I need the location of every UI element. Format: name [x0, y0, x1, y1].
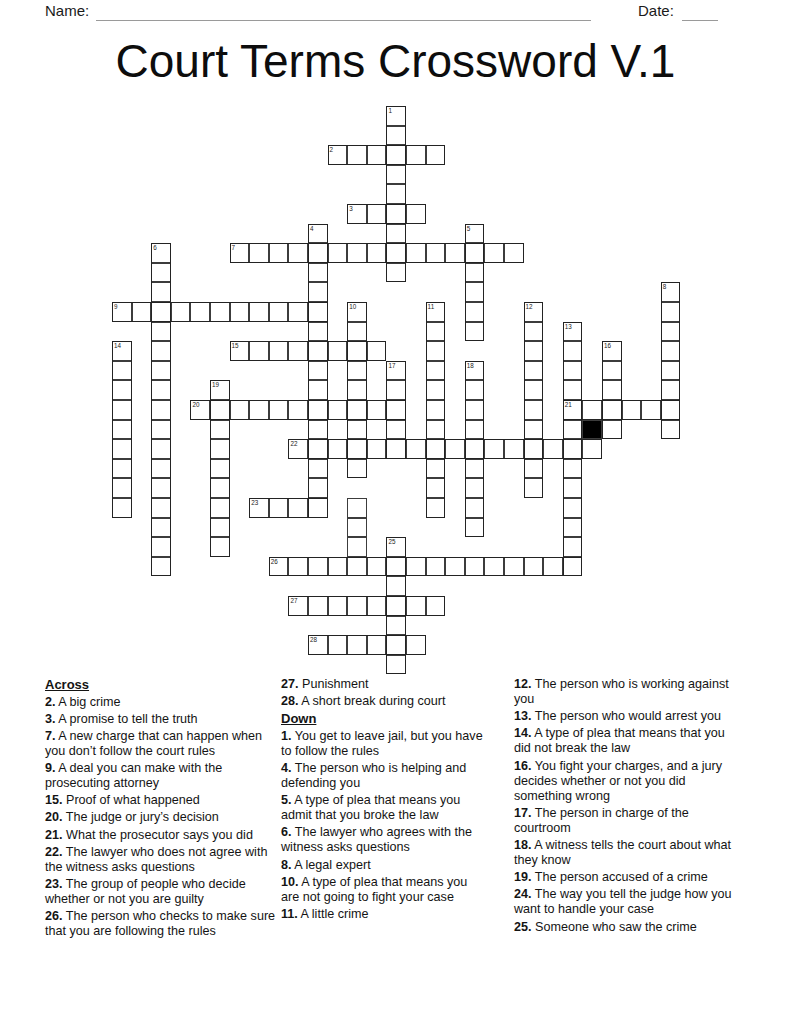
grid-cell[interactable]: 7 — [230, 243, 250, 263]
grid-cell[interactable] — [347, 380, 367, 400]
grid-cell[interactable]: 5 — [465, 224, 485, 244]
clue-item: 4. The person who is helping and defendi… — [281, 761, 483, 791]
grid-cell[interactable] — [661, 380, 681, 400]
clue-number: 15 — [232, 342, 239, 349]
grid-cell[interactable] — [151, 341, 171, 361]
grid-cell[interactable] — [622, 400, 642, 420]
grid-cell[interactable] — [386, 420, 406, 440]
grid-cell[interactable] — [210, 537, 230, 557]
grid-cell[interactable] — [347, 361, 367, 381]
grid-cell[interactable]: 18 — [465, 361, 485, 381]
grid-cell[interactable] — [386, 126, 406, 146]
grid-cell[interactable] — [230, 400, 250, 420]
grid-cell[interactable] — [328, 596, 348, 616]
grid-cell[interactable]: 11 — [426, 302, 446, 322]
grid-cell[interactable] — [347, 439, 367, 459]
grid-cell[interactable] — [347, 537, 367, 557]
clue-item-number: 3. — [45, 712, 56, 726]
grid-cell[interactable] — [445, 243, 465, 263]
grid-cell[interactable] — [524, 380, 544, 400]
grid-cell[interactable] — [661, 420, 681, 440]
clue-number: 26 — [271, 558, 278, 565]
grid-cell[interactable] — [602, 400, 622, 420]
grid-cell[interactable] — [269, 302, 289, 322]
grid-cell[interactable] — [484, 243, 504, 263]
grid-cell[interactable] — [210, 459, 230, 479]
grid-cell[interactable] — [347, 420, 367, 440]
grid-cell[interactable] — [641, 400, 661, 420]
grid-cell[interactable] — [386, 616, 406, 636]
clue-item: 24. The way you tell the judge how you w… — [514, 887, 736, 917]
clue-number: 22 — [290, 440, 297, 447]
clue-item: 12. The person who is working against yo… — [514, 677, 736, 707]
grid-cell[interactable] — [484, 557, 504, 577]
grid-cell[interactable] — [406, 557, 426, 577]
grid-cell[interactable] — [386, 576, 406, 596]
grid-cell[interactable] — [151, 498, 171, 518]
clue-item: 11. A little crime — [281, 907, 483, 922]
grid-cell[interactable] — [347, 243, 367, 263]
clue-item: 8. A legal expert — [281, 858, 483, 873]
grid-cell[interactable] — [386, 557, 406, 577]
grid-cell[interactable] — [112, 459, 132, 479]
grid-cell[interactable] — [308, 478, 328, 498]
clue-number: 12 — [526, 303, 533, 310]
grid-cell[interactable] — [269, 243, 289, 263]
grid-cell[interactable] — [602, 420, 622, 440]
grid-cell[interactable] — [484, 439, 504, 459]
grid-cell[interactable] — [426, 596, 446, 616]
grid-cell[interactable]: 6 — [151, 243, 171, 263]
grid-cell[interactable] — [406, 596, 426, 616]
clue-item-number: 20. — [45, 810, 63, 824]
grid-cell[interactable]: 23 — [249, 498, 269, 518]
worksheet-page: Name: Date: Court Terms Crossword V.1 12… — [0, 0, 791, 1024]
grid-cell[interactable]: 26 — [269, 557, 289, 577]
grid-cell[interactable] — [524, 420, 544, 440]
clue-item-number: 12. — [514, 677, 532, 691]
grid-cell[interactable]: 22 — [288, 439, 308, 459]
grid-cell[interactable] — [426, 380, 446, 400]
grid-cell[interactable] — [524, 341, 544, 361]
grid-cell[interactable] — [249, 243, 269, 263]
grid-cell[interactable] — [563, 361, 583, 381]
grid-cell[interactable] — [328, 635, 348, 655]
clue-number: 25 — [388, 538, 395, 545]
grid-cell[interactable] — [426, 400, 446, 420]
grid-cell[interactable] — [288, 341, 308, 361]
grid-cell[interactable] — [406, 204, 426, 224]
grid-cell[interactable] — [269, 400, 289, 420]
grid-cell[interactable] — [563, 439, 583, 459]
clue-item-number: 13. — [514, 709, 532, 723]
grid-cell[interactable] — [308, 263, 328, 283]
grid-cell[interactable] — [347, 145, 367, 165]
grid-cell[interactable] — [386, 635, 406, 655]
grid-cell[interactable] — [524, 478, 544, 498]
clue-item-number: 21. — [45, 828, 63, 842]
clue-item: 16. You fight your charges, and a jury d… — [514, 759, 736, 804]
clue-item-number: 16. — [514, 759, 532, 773]
clue-item-number: 26. — [45, 909, 63, 923]
grid-cell[interactable] — [308, 596, 328, 616]
grid-cell[interactable] — [582, 400, 602, 420]
grid-cell[interactable] — [661, 302, 681, 322]
clue-item-number: 1. — [281, 729, 292, 743]
grid-cell[interactable] — [367, 439, 387, 459]
grid-cell[interactable] — [328, 243, 348, 263]
grid-cell[interactable] — [406, 635, 426, 655]
grid-cell[interactable] — [386, 655, 406, 675]
clue-column-down: 12. The person who is working against yo… — [514, 677, 736, 937]
grid-cell[interactable] — [367, 341, 387, 361]
grid-cell[interactable] — [347, 518, 367, 538]
clue-item: 23. The group of people who decide wheth… — [45, 877, 283, 907]
grid-cell[interactable] — [308, 400, 328, 420]
grid-cell[interactable] — [151, 518, 171, 538]
grid-cell[interactable] — [386, 243, 406, 263]
grid-cell[interactable] — [112, 498, 132, 518]
grid-cell[interactable] — [288, 557, 308, 577]
grid-cell[interactable] — [112, 380, 132, 400]
clue-item: 22. The lawyer who does not agree with t… — [45, 845, 283, 875]
grid-cell[interactable] — [563, 478, 583, 498]
clue-item-number: 17. — [514, 806, 532, 820]
grid-cell[interactable]: 28 — [308, 635, 328, 655]
grid-cell[interactable]: 21 — [563, 400, 583, 420]
clue-item: 6. The lawyer who agrees with the witnes… — [281, 825, 483, 855]
grid-cell[interactable] — [328, 439, 348, 459]
grid-cell[interactable] — [524, 557, 544, 577]
grid-cell[interactable] — [661, 361, 681, 381]
grid-cell[interactable] — [367, 635, 387, 655]
clue-item: 28. A short break during court — [281, 694, 483, 709]
grid-cell[interactable] — [210, 439, 230, 459]
grid-cell[interactable]: 3 — [347, 204, 367, 224]
clue-item: 3. A promise to tell the truth — [45, 712, 283, 727]
clue-item-number: 6. — [281, 825, 292, 839]
grid-cell[interactable] — [151, 322, 171, 342]
grid-cell[interactable] — [406, 243, 426, 263]
grid-cell[interactable] — [661, 341, 681, 361]
grid-cell[interactable] — [308, 302, 328, 322]
grid-cell[interactable] — [347, 498, 367, 518]
clue-item-number: 7. — [45, 729, 56, 743]
grid-cell[interactable] — [563, 420, 583, 440]
clue-item: 27. Punishment — [281, 677, 483, 692]
grid-cell[interactable] — [151, 557, 171, 577]
grid-cell[interactable] — [151, 380, 171, 400]
grid-cell[interactable] — [347, 557, 367, 577]
grid-cell[interactable]: 27 — [288, 596, 308, 616]
grid-cell[interactable] — [151, 361, 171, 381]
grid-cell[interactable]: 8 — [661, 282, 681, 302]
grid-cell[interactable] — [151, 282, 171, 302]
clue-column-middle: 27. Punishment28. A short break during c… — [281, 677, 483, 924]
grid-cell[interactable] — [367, 596, 387, 616]
clue-number: 13 — [565, 323, 572, 330]
grid-cell[interactable] — [151, 302, 171, 322]
grid-cell[interactable] — [132, 302, 152, 322]
grid-cell[interactable]: 9 — [112, 302, 132, 322]
grid-cell[interactable] — [367, 145, 387, 165]
grid-cell[interactable] — [210, 478, 230, 498]
grid-cell[interactable] — [426, 439, 446, 459]
grid-cell[interactable] — [112, 400, 132, 420]
grid-cell[interactable] — [426, 361, 446, 381]
clue-item-number: 15. — [45, 793, 63, 807]
grid-cell[interactable] — [288, 243, 308, 263]
date-input-line[interactable] — [682, 19, 718, 21]
grid-cell[interactable] — [347, 635, 367, 655]
grid-cell[interactable] — [210, 420, 230, 440]
clue-number: 21 — [565, 401, 572, 408]
clue-number: 23 — [251, 499, 258, 506]
clue-number: 6 — [153, 244, 157, 251]
clue-item-number: 4. — [281, 761, 292, 775]
grid-cell[interactable] — [524, 439, 544, 459]
clue-item-number: 19. — [514, 870, 532, 884]
grid-cell[interactable] — [426, 243, 446, 263]
date-label: Date: — [638, 2, 674, 19]
clue-item-number: 28. — [281, 694, 299, 708]
clue-number: 7 — [232, 244, 236, 251]
grid-cell[interactable] — [563, 498, 583, 518]
grid-cell[interactable] — [386, 400, 406, 420]
grid-cell[interactable] — [308, 439, 328, 459]
clue-number: 20 — [192, 401, 199, 408]
grid-cell[interactable] — [151, 459, 171, 479]
clue-item: 19. The person accused of a crime — [514, 870, 736, 885]
clue-item: 20. The judge or jury’s decision — [45, 810, 283, 825]
grid-cell[interactable] — [210, 302, 230, 322]
clue-number: 10 — [349, 303, 356, 310]
grid-cell[interactable] — [308, 557, 328, 577]
clue-number: 27 — [290, 597, 297, 604]
grid-cell[interactable] — [465, 557, 485, 577]
clue-number: 18 — [467, 362, 474, 369]
grid-cell[interactable] — [347, 459, 367, 479]
grid-cell[interactable] — [524, 322, 544, 342]
grid-cell[interactable] — [524, 400, 544, 420]
grid-cell[interactable] — [445, 439, 465, 459]
grid-cell[interactable] — [465, 243, 485, 263]
grid-cell[interactable] — [465, 302, 485, 322]
grid-cell[interactable] — [151, 439, 171, 459]
grid-cell[interactable] — [112, 420, 132, 440]
grid-cell[interactable] — [151, 537, 171, 557]
grid-cell[interactable] — [151, 478, 171, 498]
clue-number: 17 — [388, 362, 395, 369]
grid-cell[interactable] — [524, 459, 544, 479]
grid-cell[interactable] — [602, 361, 622, 381]
grid-cell[interactable] — [190, 302, 210, 322]
grid-cell[interactable] — [563, 557, 583, 577]
grid-cell[interactable] — [210, 400, 230, 420]
grid-cell[interactable] — [367, 557, 387, 577]
clue-item-number: 22. — [45, 845, 63, 859]
grid-cell[interactable] — [249, 341, 269, 361]
clue-number: 4 — [310, 225, 314, 232]
clue-number: 14 — [114, 342, 121, 349]
grid-cell[interactable] — [465, 478, 485, 498]
clue-number: 28 — [310, 636, 317, 643]
grid-cell[interactable] — [347, 596, 367, 616]
grid-cell[interactable] — [543, 557, 563, 577]
grid-cell[interactable] — [367, 400, 387, 420]
grid-cell[interactable] — [661, 400, 681, 420]
clue-item-number: 27. — [281, 677, 299, 691]
grid-cell[interactable] — [465, 459, 485, 479]
grid-cell[interactable]: 15 — [230, 341, 250, 361]
grid-cell[interactable] — [386, 145, 406, 165]
grid-cell[interactable] — [386, 204, 406, 224]
grid-cell[interactable] — [563, 537, 583, 557]
grid-cell[interactable] — [230, 302, 250, 322]
grid-cell[interactable]: 19 — [210, 380, 230, 400]
grid-cell[interactable] — [151, 400, 171, 420]
grid-cell[interactable] — [426, 341, 446, 361]
grid-cell[interactable] — [465, 439, 485, 459]
grid-cell[interactable] — [445, 557, 465, 577]
grid-cell[interactable] — [269, 341, 289, 361]
grid-cell[interactable] — [524, 361, 544, 381]
grid-cell[interactable] — [347, 322, 367, 342]
clue-item: 9. A deal you can make with the prosecut… — [45, 761, 283, 791]
grid-cell[interactable] — [347, 400, 367, 420]
grid-cell[interactable] — [386, 263, 406, 283]
clue-item: 15. Proof of what happened — [45, 793, 283, 808]
grid-cell[interactable]: 14 — [112, 341, 132, 361]
grid-cell[interactable] — [308, 420, 328, 440]
grid-cell[interactable] — [426, 478, 446, 498]
clue-item: 25. Someone who saw the crime — [514, 920, 736, 935]
grid-cell[interactable]: 25 — [386, 537, 406, 557]
grid-cell[interactable] — [112, 361, 132, 381]
grid-cell[interactable] — [386, 165, 406, 185]
grid-cell[interactable] — [328, 557, 348, 577]
grid-cell[interactable] — [426, 145, 446, 165]
grid-cell[interactable] — [465, 380, 485, 400]
grid-cell[interactable]: 20 — [190, 400, 210, 420]
grid-cell[interactable] — [308, 459, 328, 479]
grid-cell-black — [582, 420, 602, 440]
grid-cell[interactable] — [386, 184, 406, 204]
grid-cell[interactable] — [386, 224, 406, 244]
grid-cell[interactable] — [563, 341, 583, 361]
grid-cell[interactable]: 10 — [347, 302, 367, 322]
grid-cell[interactable] — [151, 263, 171, 283]
grid-cell[interactable] — [465, 282, 485, 302]
clue-number: 5 — [467, 225, 471, 232]
clue-item-number: 2. — [45, 695, 56, 709]
grid-cell[interactable] — [465, 322, 485, 342]
grid-cell[interactable] — [288, 498, 308, 518]
grid-cell[interactable]: 4 — [308, 224, 328, 244]
grid-cell[interactable] — [308, 380, 328, 400]
grid-cell[interactable] — [504, 439, 524, 459]
grid-cell[interactable] — [426, 557, 446, 577]
clue-item-number: 23. — [45, 877, 63, 891]
grid-cell[interactable] — [347, 341, 367, 361]
grid-cell[interactable] — [406, 145, 426, 165]
grid-cell[interactable] — [308, 282, 328, 302]
grid-cell[interactable] — [386, 596, 406, 616]
clue-number: 8 — [663, 283, 667, 290]
grid-cell[interactable] — [563, 380, 583, 400]
grid-cell[interactable] — [386, 439, 406, 459]
grid-cell[interactable] — [426, 322, 446, 342]
grid-cell[interactable] — [328, 341, 348, 361]
grid-cell[interactable] — [582, 439, 602, 459]
grid-cell[interactable] — [171, 302, 191, 322]
grid-cell[interactable] — [386, 380, 406, 400]
grid-cell[interactable] — [308, 243, 328, 263]
grid-cell[interactable] — [308, 322, 328, 342]
grid-cell[interactable] — [210, 498, 230, 518]
clue-item-number: 14. — [514, 726, 532, 740]
grid-cell[interactable] — [426, 498, 446, 518]
grid-cell[interactable]: 2 — [328, 145, 348, 165]
grid-cell[interactable] — [308, 498, 328, 518]
grid-cell[interactable] — [465, 400, 485, 420]
grid-cell[interactable] — [367, 204, 387, 224]
grid-cell[interactable] — [465, 420, 485, 440]
clue-number: 2 — [330, 146, 334, 153]
grid-cell[interactable] — [288, 400, 308, 420]
grid-cell[interactable]: 13 — [563, 322, 583, 342]
grid-cell[interactable] — [406, 439, 426, 459]
name-input-line[interactable] — [96, 19, 591, 21]
grid-cell[interactable]: 1 — [386, 106, 406, 126]
clue-number: 19 — [212, 381, 219, 388]
grid-cell[interactable] — [426, 420, 446, 440]
grid-cell[interactable]: 12 — [524, 302, 544, 322]
grid-cell[interactable] — [465, 498, 485, 518]
clue-number: 3 — [349, 205, 353, 212]
grid-cell[interactable] — [112, 439, 132, 459]
grid-cell[interactable] — [151, 420, 171, 440]
grid-cell[interactable] — [367, 243, 387, 263]
crossword-grid: 1234567891011121314151617181920212223252… — [112, 106, 681, 675]
grid-cell[interactable] — [269, 498, 289, 518]
grid-cell[interactable] — [112, 478, 132, 498]
grid-cell[interactable] — [661, 322, 681, 342]
grid-cell[interactable] — [426, 459, 446, 479]
clue-number: 9 — [114, 303, 118, 310]
grid-cell[interactable] — [249, 400, 269, 420]
grid-cell[interactable] — [563, 518, 583, 538]
grid-cell[interactable] — [308, 341, 328, 361]
clue-item: 7. A new charge that can happen when you… — [45, 729, 283, 759]
grid-cell[interactable] — [288, 302, 308, 322]
grid-cell[interactable]: 17 — [386, 361, 406, 381]
grid-cell[interactable] — [210, 518, 230, 538]
grid-cell[interactable] — [504, 243, 524, 263]
grid-cell[interactable] — [249, 302, 269, 322]
grid-cell[interactable] — [602, 380, 622, 400]
clue-item-number: 18. — [514, 838, 532, 852]
grid-cell[interactable]: 16 — [602, 341, 622, 361]
grid-cell[interactable] — [308, 361, 328, 381]
grid-cell[interactable] — [563, 459, 583, 479]
grid-cell[interactable] — [504, 557, 524, 577]
grid-cell[interactable] — [465, 263, 485, 283]
clue-item-number: 5. — [281, 793, 292, 807]
grid-cell[interactable] — [328, 400, 348, 420]
grid-cell[interactable] — [543, 439, 563, 459]
grid-cell[interactable] — [465, 518, 485, 538]
